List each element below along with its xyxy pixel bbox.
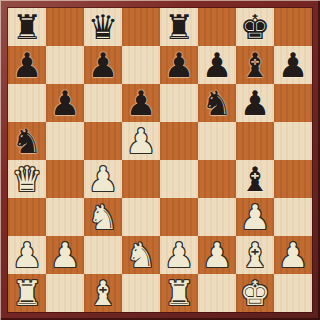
black-knight-f6[interactable]: ♞ [198,84,236,122]
black-rook-e8[interactable]: ♜ [160,8,198,46]
chess-board: ♜♛♜♚♟♟♟♟♝♟♟♟♞♟♞♟♛♟♝♞♟♟♟♞♟♟♝♟♜♝♜♚ [8,8,312,312]
square-b7[interactable] [46,46,84,84]
square-e4[interactable] [160,160,198,198]
square-b3[interactable] [46,198,84,236]
square-f8[interactable] [198,8,236,46]
square-e8[interactable]: ♜ [160,8,198,46]
square-c3[interactable]: ♞ [84,198,122,236]
square-h7[interactable]: ♟ [274,46,312,84]
square-a1[interactable]: ♜ [8,274,46,312]
square-e5[interactable] [160,122,198,160]
square-h2[interactable]: ♟ [274,236,312,274]
square-h1[interactable] [274,274,312,312]
white-rook-a1[interactable]: ♜ [8,274,46,312]
square-b8[interactable] [46,8,84,46]
black-queen-c8[interactable]: ♛ [84,8,122,46]
square-c6[interactable] [84,84,122,122]
square-g1[interactable]: ♚ [236,274,274,312]
black-knight-a5[interactable]: ♞ [8,122,46,160]
square-e6[interactable] [160,84,198,122]
black-bishop-g7[interactable]: ♝ [236,46,274,84]
square-e1[interactable]: ♜ [160,274,198,312]
square-h4[interactable] [274,160,312,198]
black-pawn-g6[interactable]: ♟ [236,84,274,122]
square-g2[interactable]: ♝ [236,236,274,274]
black-pawn-f7[interactable]: ♟ [198,46,236,84]
square-g4[interactable]: ♝ [236,160,274,198]
square-g5[interactable] [236,122,274,160]
square-e7[interactable]: ♟ [160,46,198,84]
square-d2[interactable]: ♞ [122,236,160,274]
square-h8[interactable] [274,8,312,46]
square-d5[interactable]: ♟ [122,122,160,160]
white-pawn-h2[interactable]: ♟ [274,236,312,274]
square-c5[interactable] [84,122,122,160]
white-pawn-b2[interactable]: ♟ [46,236,84,274]
square-b1[interactable] [46,274,84,312]
square-h5[interactable] [274,122,312,160]
square-d7[interactable] [122,46,160,84]
square-b6[interactable]: ♟ [46,84,84,122]
white-pawn-d5[interactable]: ♟ [122,122,160,160]
square-c2[interactable] [84,236,122,274]
white-king-g1[interactable]: ♚ [236,274,274,312]
square-f3[interactable] [198,198,236,236]
square-e3[interactable] [160,198,198,236]
square-c1[interactable]: ♝ [84,274,122,312]
black-king-g8[interactable]: ♚ [236,8,274,46]
square-d8[interactable] [122,8,160,46]
white-pawn-f2[interactable]: ♟ [198,236,236,274]
square-h3[interactable] [274,198,312,236]
black-pawn-d6[interactable]: ♟ [122,84,160,122]
square-b2[interactable]: ♟ [46,236,84,274]
black-pawn-a7[interactable]: ♟ [8,46,46,84]
square-g7[interactable]: ♝ [236,46,274,84]
square-e2[interactable]: ♟ [160,236,198,274]
square-b4[interactable] [46,160,84,198]
white-knight-d2[interactable]: ♞ [122,236,160,274]
square-f4[interactable] [198,160,236,198]
square-a2[interactable]: ♟ [8,236,46,274]
white-knight-c3[interactable]: ♞ [84,198,122,236]
white-queen-a4[interactable]: ♛ [8,160,46,198]
square-d3[interactable] [122,198,160,236]
square-a5[interactable]: ♞ [8,122,46,160]
square-g3[interactable]: ♟ [236,198,274,236]
square-f7[interactable]: ♟ [198,46,236,84]
square-c7[interactable]: ♟ [84,46,122,84]
square-g8[interactable]: ♚ [236,8,274,46]
white-pawn-c4[interactable]: ♟ [84,160,122,198]
black-pawn-b6[interactable]: ♟ [46,84,84,122]
square-f1[interactable] [198,274,236,312]
square-a7[interactable]: ♟ [8,46,46,84]
white-bishop-c1[interactable]: ♝ [84,274,122,312]
square-d4[interactable] [122,160,160,198]
square-a8[interactable]: ♜ [8,8,46,46]
square-f6[interactable]: ♞ [198,84,236,122]
square-a6[interactable] [8,84,46,122]
black-pawn-e7[interactable]: ♟ [160,46,198,84]
square-a3[interactable] [8,198,46,236]
square-a4[interactable]: ♛ [8,160,46,198]
board-frame: ♜♛♜♚♟♟♟♟♝♟♟♟♞♟♞♟♛♟♝♞♟♟♟♞♟♟♝♟♜♝♜♚ [0,0,320,320]
black-pawn-c7[interactable]: ♟ [84,46,122,84]
square-d6[interactable]: ♟ [122,84,160,122]
white-pawn-g3[interactable]: ♟ [236,198,274,236]
white-bishop-g2[interactable]: ♝ [236,236,274,274]
square-d1[interactable] [122,274,160,312]
black-pawn-h7[interactable]: ♟ [274,46,312,84]
square-h6[interactable] [274,84,312,122]
black-rook-a8[interactable]: ♜ [8,8,46,46]
white-pawn-a2[interactable]: ♟ [8,236,46,274]
square-f2[interactable]: ♟ [198,236,236,274]
square-c4[interactable]: ♟ [84,160,122,198]
square-f5[interactable] [198,122,236,160]
square-b5[interactable] [46,122,84,160]
white-rook-e1[interactable]: ♜ [160,274,198,312]
square-g6[interactable]: ♟ [236,84,274,122]
black-bishop-g4[interactable]: ♝ [236,160,274,198]
square-c8[interactable]: ♛ [84,8,122,46]
white-pawn-e2[interactable]: ♟ [160,236,198,274]
